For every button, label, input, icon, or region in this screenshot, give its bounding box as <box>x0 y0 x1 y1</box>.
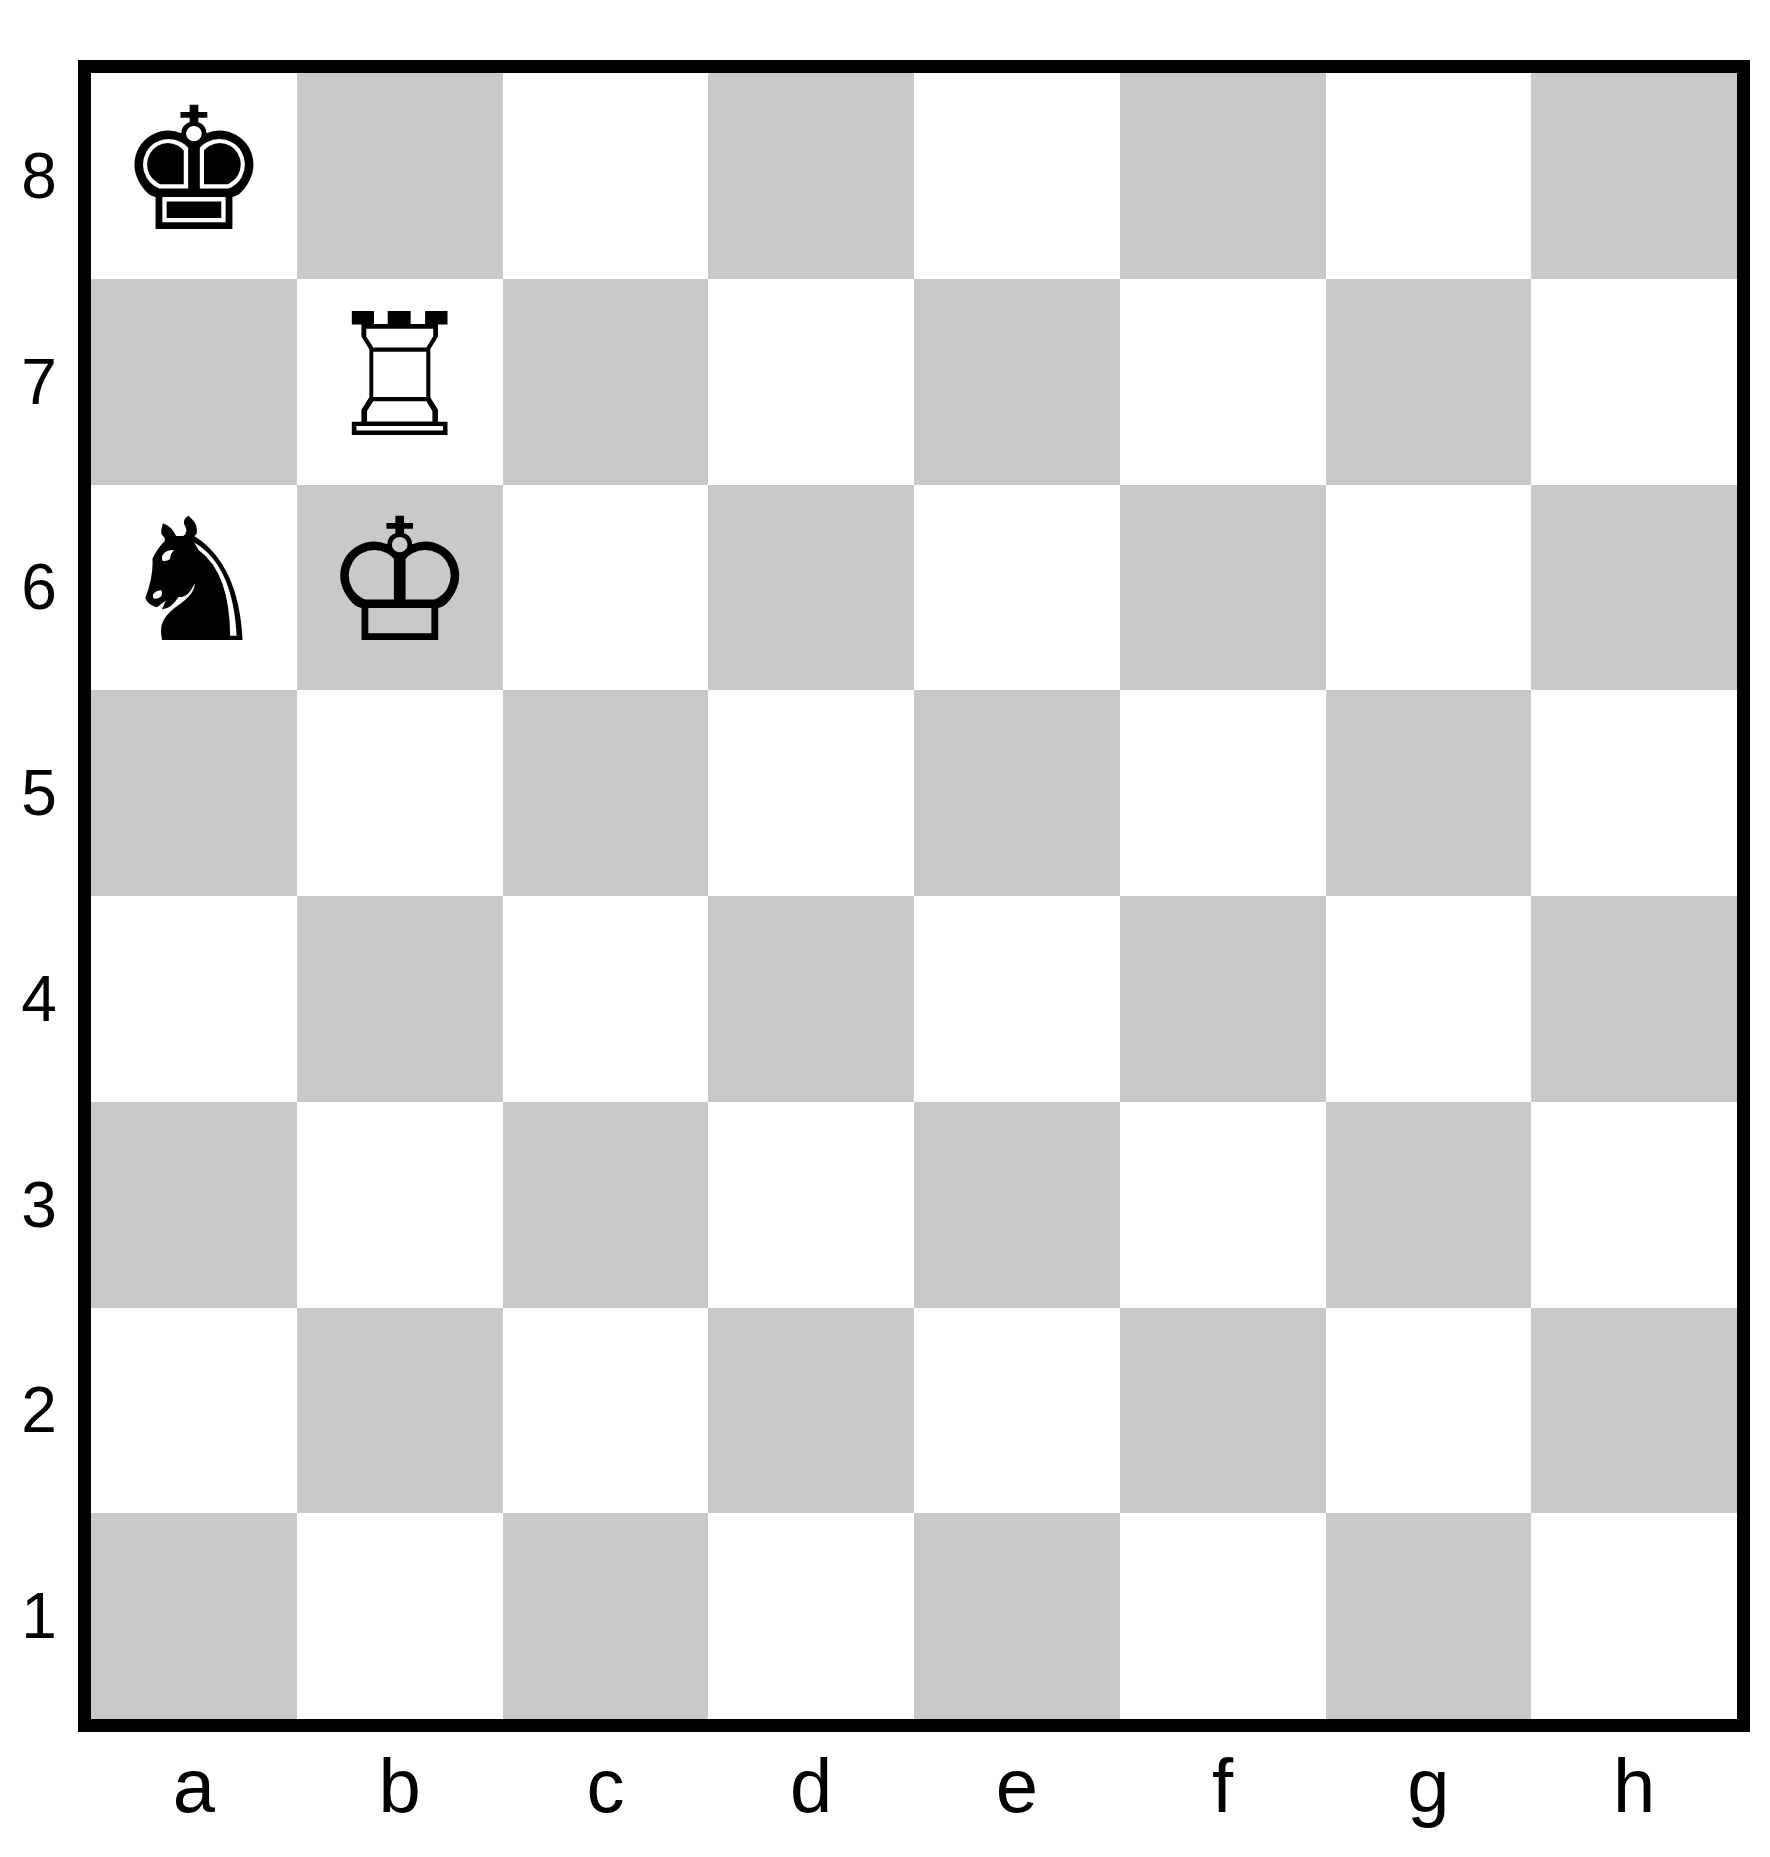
rank-label-2: 2 <box>0 1308 78 1514</box>
board-layout: 87654321 ♚♖♞♔ <box>0 0 1770 1732</box>
file-label-g: g <box>1326 1748 1532 1824</box>
square-b7[interactable]: ♖ <box>297 279 503 485</box>
square-a1[interactable] <box>91 1513 297 1719</box>
file-label-h: h <box>1531 1748 1737 1824</box>
square-b1[interactable] <box>297 1513 503 1719</box>
square-a4[interactable] <box>91 896 297 1102</box>
square-h5[interactable] <box>1531 690 1737 896</box>
square-a5[interactable] <box>91 690 297 896</box>
square-f7[interactable] <box>1120 279 1326 485</box>
square-c1[interactable] <box>503 1513 709 1719</box>
square-e1[interactable] <box>914 1513 1120 1719</box>
square-f5[interactable] <box>1120 690 1326 896</box>
rank-label-1: 1 <box>0 1513 78 1719</box>
square-f8[interactable] <box>1120 73 1326 279</box>
white-king-piece: ♔ <box>323 496 475 666</box>
square-f2[interactable] <box>1120 1308 1326 1514</box>
black-king-piece: ♚ <box>118 85 270 255</box>
file-label-d: d <box>708 1748 914 1824</box>
square-f6[interactable] <box>1120 485 1326 691</box>
square-d4[interactable] <box>708 896 914 1102</box>
file-label-a: a <box>91 1748 297 1824</box>
file-label-c: c <box>503 1748 709 1824</box>
square-g2[interactable] <box>1326 1308 1532 1514</box>
square-h4[interactable] <box>1531 896 1737 1102</box>
file-labels: abcdefgh <box>91 1748 1737 1824</box>
square-e6[interactable] <box>914 485 1120 691</box>
square-b4[interactable] <box>297 896 503 1102</box>
square-h8[interactable] <box>1531 73 1737 279</box>
square-b2[interactable] <box>297 1308 503 1514</box>
square-g6[interactable] <box>1326 485 1532 691</box>
chess-board: ♚♖♞♔ <box>78 60 1750 1732</box>
black-knight-piece: ♞ <box>118 496 270 666</box>
rank-label-7: 7 <box>0 279 78 485</box>
square-f1[interactable] <box>1120 1513 1326 1719</box>
square-f3[interactable] <box>1120 1102 1326 1308</box>
square-e5[interactable] <box>914 690 1120 896</box>
white-rook-piece: ♖ <box>323 291 475 461</box>
square-h6[interactable] <box>1531 485 1737 691</box>
square-c7[interactable] <box>503 279 709 485</box>
square-g4[interactable] <box>1326 896 1532 1102</box>
square-d6[interactable] <box>708 485 914 691</box>
square-f4[interactable] <box>1120 896 1326 1102</box>
square-c5[interactable] <box>503 690 709 896</box>
square-c4[interactable] <box>503 896 709 1102</box>
square-e8[interactable] <box>914 73 1120 279</box>
square-h2[interactable] <box>1531 1308 1737 1514</box>
square-c6[interactable] <box>503 485 709 691</box>
square-d1[interactable] <box>708 1513 914 1719</box>
square-g5[interactable] <box>1326 690 1532 896</box>
square-a7[interactable] <box>91 279 297 485</box>
square-g7[interactable] <box>1326 279 1532 485</box>
square-d2[interactable] <box>708 1308 914 1514</box>
square-b5[interactable] <box>297 690 503 896</box>
file-label-b: b <box>297 1748 503 1824</box>
square-b6[interactable]: ♔ <box>297 485 503 691</box>
rank-label-8: 8 <box>0 73 78 279</box>
square-c8[interactable] <box>503 73 709 279</box>
square-e4[interactable] <box>914 896 1120 1102</box>
rank-labels: 87654321 <box>0 73 78 1719</box>
square-d7[interactable] <box>708 279 914 485</box>
square-d8[interactable] <box>708 73 914 279</box>
square-h3[interactable] <box>1531 1102 1737 1308</box>
square-a3[interactable] <box>91 1102 297 1308</box>
square-a8[interactable]: ♚ <box>91 73 297 279</box>
chess-diagram: 87654321 ♚♖♞♔ abcdefgh <box>0 0 1770 1857</box>
square-c3[interactable] <box>503 1102 709 1308</box>
square-e2[interactable] <box>914 1308 1120 1514</box>
square-h7[interactable] <box>1531 279 1737 485</box>
square-d5[interactable] <box>708 690 914 896</box>
square-g3[interactable] <box>1326 1102 1532 1308</box>
square-c2[interactable] <box>503 1308 709 1514</box>
square-b8[interactable] <box>297 73 503 279</box>
rank-label-3: 3 <box>0 1102 78 1308</box>
square-a6[interactable]: ♞ <box>91 485 297 691</box>
file-label-e: e <box>914 1748 1120 1824</box>
rank-label-6: 6 <box>0 485 78 691</box>
file-label-f: f <box>1120 1748 1326 1824</box>
square-b3[interactable] <box>297 1102 503 1308</box>
rank-label-5: 5 <box>0 690 78 896</box>
rank-label-4: 4 <box>0 896 78 1102</box>
square-g8[interactable] <box>1326 73 1532 279</box>
square-a2[interactable] <box>91 1308 297 1514</box>
square-e3[interactable] <box>914 1102 1120 1308</box>
square-d3[interactable] <box>708 1102 914 1308</box>
square-e7[interactable] <box>914 279 1120 485</box>
square-h1[interactable] <box>1531 1513 1737 1719</box>
square-g1[interactable] <box>1326 1513 1532 1719</box>
